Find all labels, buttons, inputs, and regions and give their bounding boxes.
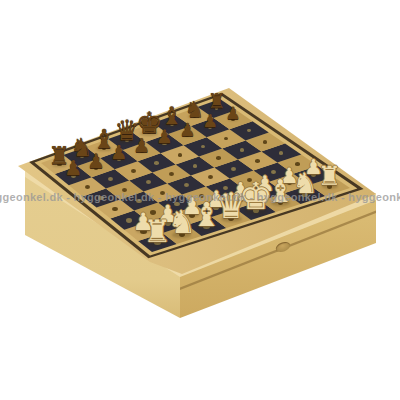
piece-black-pawn-c7: ♟ bbox=[110, 143, 128, 163]
peg-hole-g4 bbox=[255, 159, 260, 163]
peg-hole-b6 bbox=[108, 177, 113, 181]
peg-hole-d6 bbox=[154, 161, 159, 165]
peg-hole-g5 bbox=[240, 148, 244, 151]
piece-black-pawn-b7: ♟ bbox=[87, 151, 105, 171]
peg-hole-h5 bbox=[263, 140, 267, 143]
peg-hole-f5 bbox=[216, 156, 220, 160]
peg-hole-d5 bbox=[169, 172, 174, 176]
piece-black-pawn-d7: ♟ bbox=[133, 135, 150, 154]
product-photo-canvas: ♜♞♝♛♚♝♞♜♟♟♟♟♟♟♟♟♟♟♟♟♟♟♟♟♜♞♝♛♚♝♞♜ hyggeon… bbox=[0, 0, 400, 400]
piece-white-bishop-c1: ♝ bbox=[192, 198, 222, 231]
piece-black-pawn-e7: ♟ bbox=[156, 128, 173, 147]
peg-hole-c6 bbox=[131, 169, 136, 173]
piece-black-pawn-f7: ♟ bbox=[179, 120, 195, 138]
piece-white-knight-b1: ♞ bbox=[168, 207, 196, 239]
piece-black-pawn-a7: ♟ bbox=[64, 158, 82, 179]
peg-hole-e4 bbox=[208, 175, 213, 179]
peg-hole-e6 bbox=[178, 153, 182, 156]
piece-white-rook-h1: ♜ bbox=[318, 164, 342, 191]
piece-black-pawn-g7: ♟ bbox=[202, 113, 218, 131]
peg-hole-c5 bbox=[146, 180, 151, 184]
piece-black-pawn-h7: ♟ bbox=[225, 105, 240, 122]
peg-hole-a6 bbox=[85, 185, 90, 189]
piece-black-rook-h8: ♜ bbox=[208, 91, 227, 112]
piece-white-rook-a1: ♜ bbox=[144, 216, 172, 247]
watermark-text: hyggeonkel.dk - hyggeonkel.dk - hyggeonk… bbox=[0, 191, 400, 203]
peg-hole-e5 bbox=[193, 164, 198, 168]
peg-hole-a3 bbox=[126, 218, 132, 223]
